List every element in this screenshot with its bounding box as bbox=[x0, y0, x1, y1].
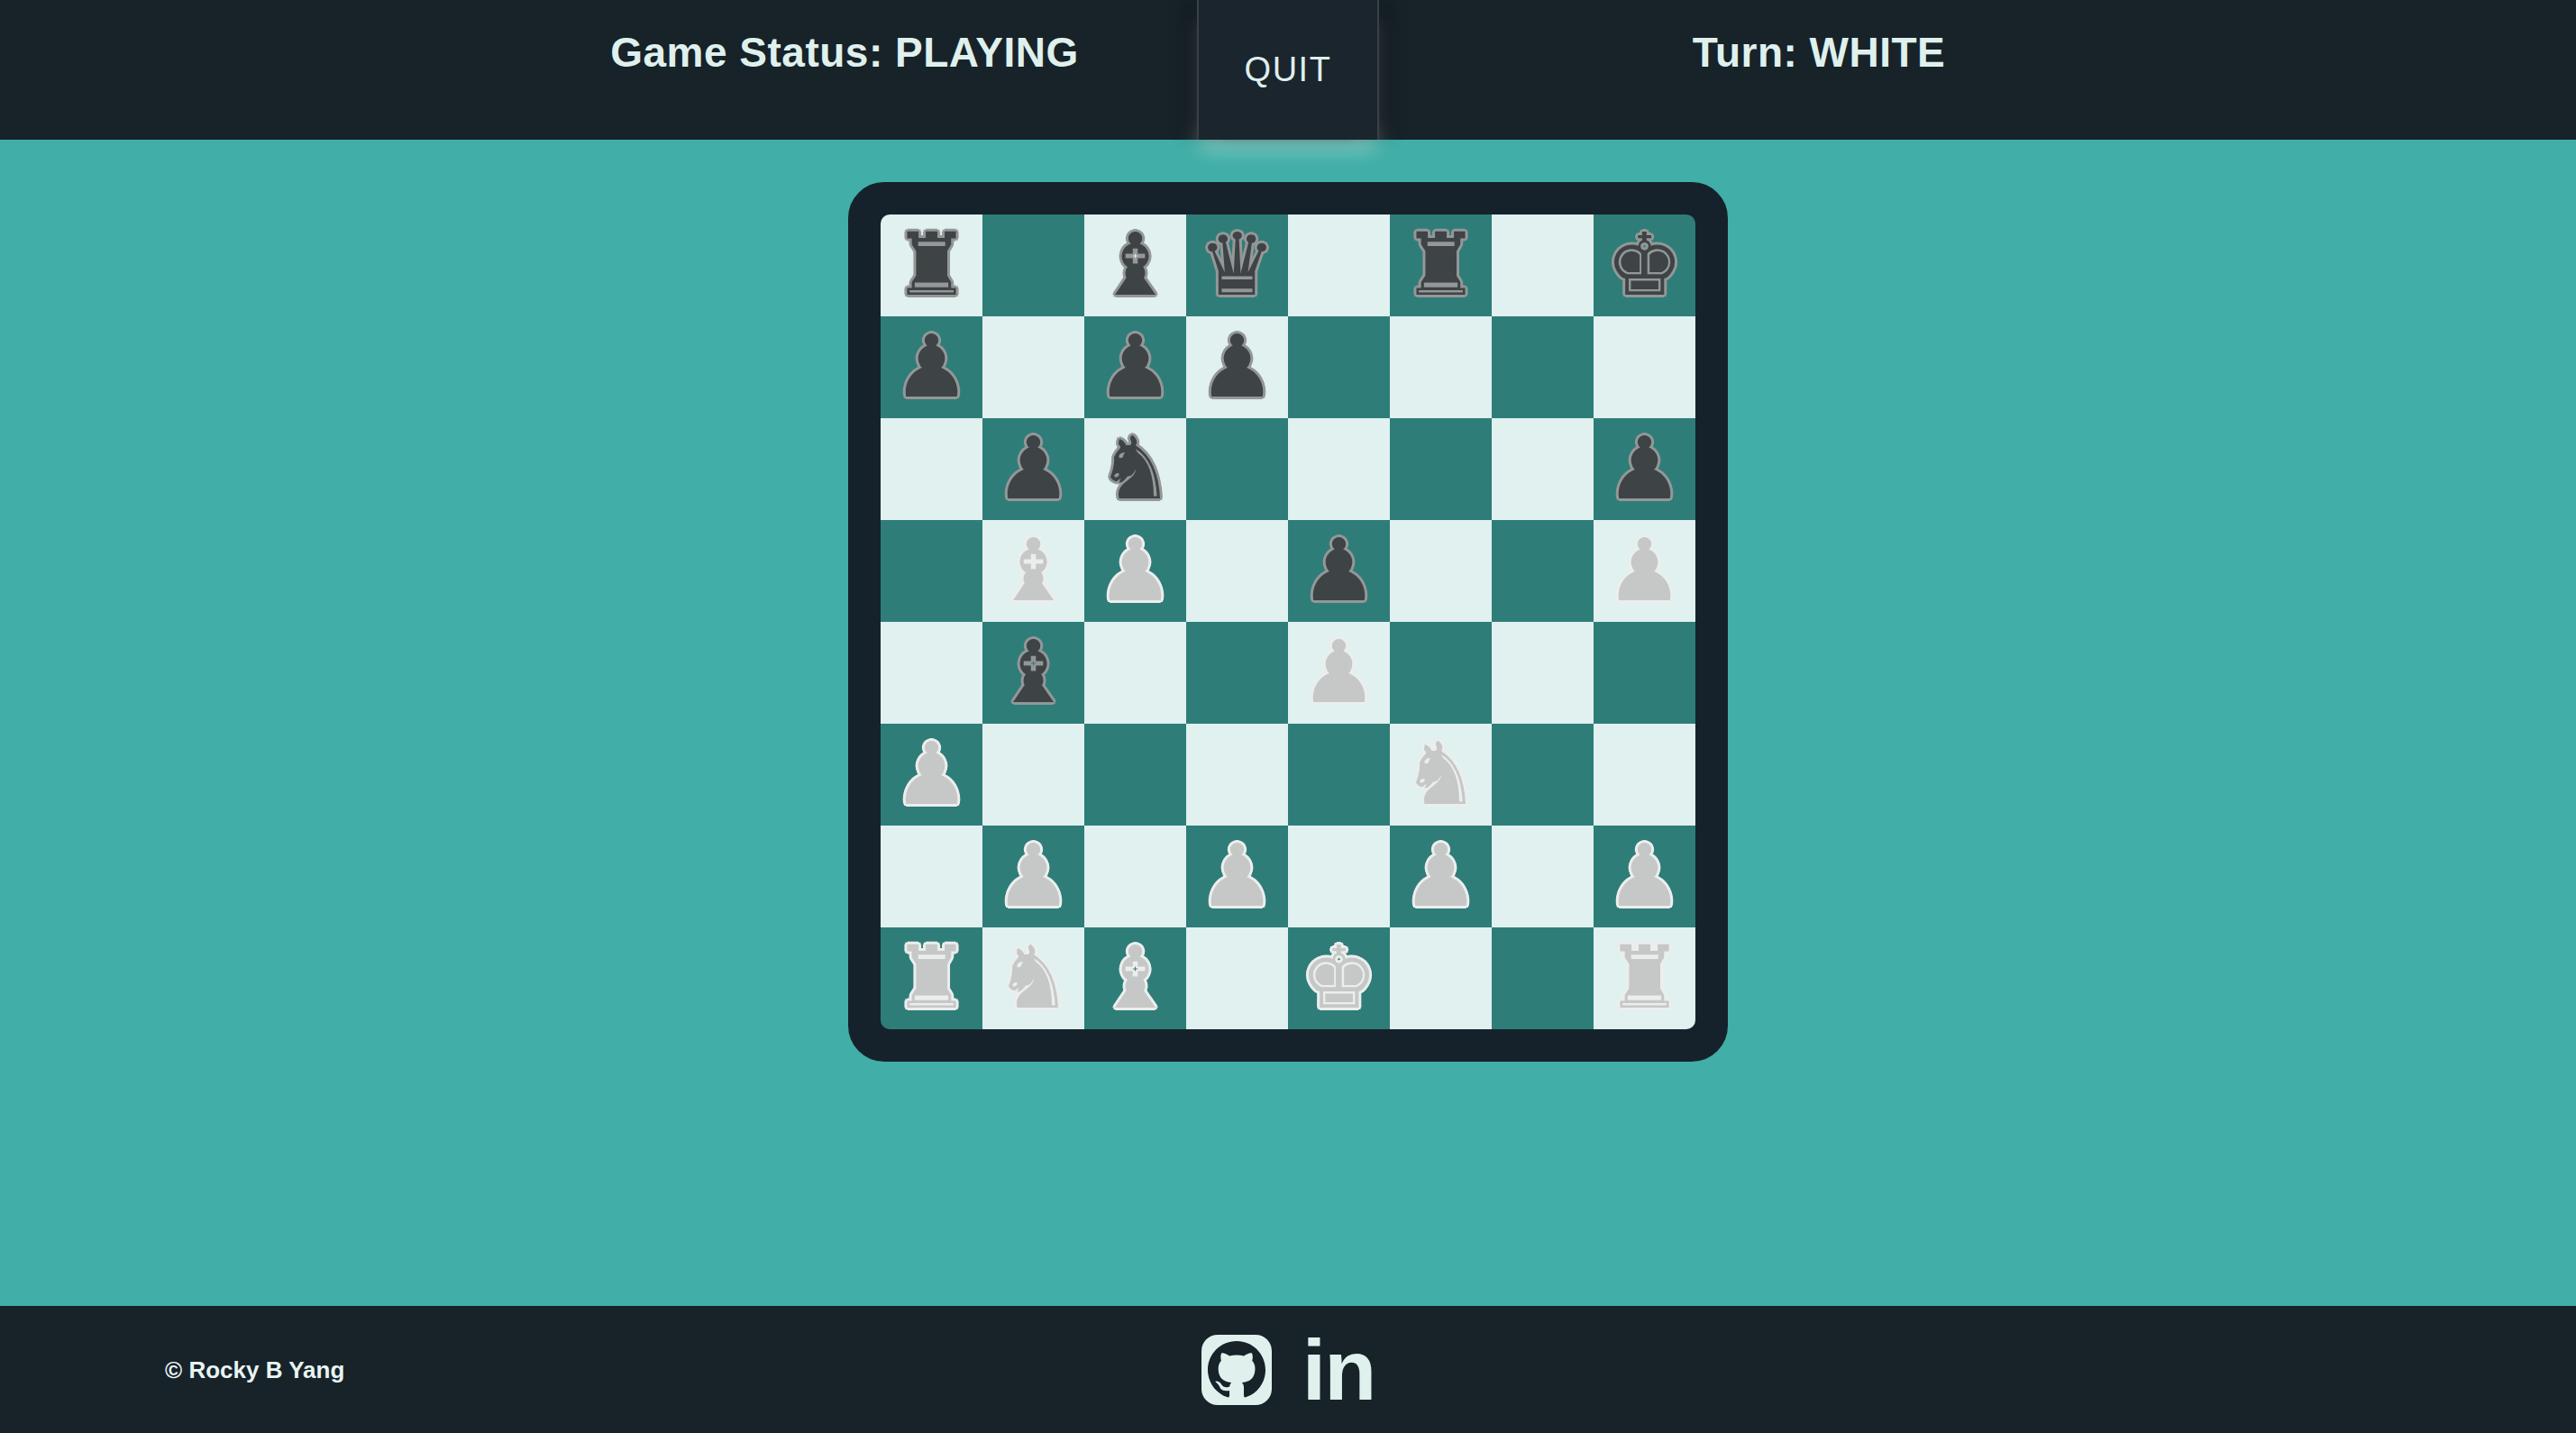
piece-wp: ♟ bbox=[1096, 520, 1174, 622]
square-f8[interactable]: ♜ bbox=[1390, 214, 1492, 316]
piece-wp: ♟ bbox=[1605, 826, 1683, 927]
piece-bp: ♟ bbox=[994, 418, 1072, 520]
square-a4[interactable] bbox=[881, 622, 982, 724]
square-a1[interactable]: ♜ bbox=[881, 927, 982, 1029]
square-d2[interactable]: ♟ bbox=[1186, 826, 1288, 927]
square-h2[interactable]: ♟ bbox=[1594, 826, 1695, 927]
status-bar: Game Status: PLAYING QUIT Turn: WHITE bbox=[0, 0, 2576, 140]
piece-bp: ♟ bbox=[1605, 418, 1683, 520]
square-g6[interactable] bbox=[1492, 418, 1594, 520]
square-b5[interactable]: ♝ bbox=[982, 520, 1084, 622]
square-a3[interactable]: ♟ bbox=[881, 724, 982, 826]
square-a5[interactable] bbox=[881, 520, 982, 622]
square-f6[interactable] bbox=[1390, 418, 1492, 520]
piece-bk: ♚ bbox=[1605, 214, 1683, 316]
square-c6[interactable]: ♞ bbox=[1084, 418, 1186, 520]
piece-bb: ♝ bbox=[994, 622, 1072, 724]
square-f5[interactable] bbox=[1390, 520, 1492, 622]
github-icon[interactable] bbox=[1201, 1335, 1272, 1405]
piece-wk: ♚ bbox=[1300, 927, 1377, 1029]
square-c3[interactable] bbox=[1084, 724, 1186, 826]
piece-wr: ♜ bbox=[892, 927, 970, 1029]
square-e8[interactable] bbox=[1288, 214, 1390, 316]
square-h3[interactable] bbox=[1594, 724, 1695, 826]
game-status-text: Game Status: PLAYING bbox=[610, 28, 1079, 77]
turn-indicator-text: Turn: WHITE bbox=[1693, 28, 1946, 77]
square-g7[interactable] bbox=[1492, 316, 1594, 418]
piece-bb: ♝ bbox=[1096, 214, 1174, 316]
square-f4[interactable] bbox=[1390, 622, 1492, 724]
square-e6[interactable] bbox=[1288, 418, 1390, 520]
piece-wp: ♟ bbox=[1402, 826, 1479, 927]
chess-board[interactable]: ♜♝♛♜♚♟♟♟♟♞♟♝♟♟♟♝♟♟♞♟♟♟♟♜♞♝♚♜ bbox=[881, 214, 1695, 1029]
square-d1[interactable] bbox=[1186, 927, 1288, 1029]
square-f2[interactable]: ♟ bbox=[1390, 826, 1492, 927]
square-b2[interactable]: ♟ bbox=[982, 826, 1084, 927]
square-b4[interactable]: ♝ bbox=[982, 622, 1084, 724]
social-links: in bbox=[1201, 1335, 1375, 1405]
chess-board-frame: ♜♝♛♜♚♟♟♟♟♞♟♝♟♟♟♝♟♟♞♟♟♟♟♜♞♝♚♜ bbox=[848, 182, 1728, 1062]
square-a6[interactable] bbox=[881, 418, 982, 520]
square-e5[interactable]: ♟ bbox=[1288, 520, 1390, 622]
square-c7[interactable]: ♟ bbox=[1084, 316, 1186, 418]
square-d8[interactable]: ♛ bbox=[1186, 214, 1288, 316]
square-a7[interactable]: ♟ bbox=[881, 316, 982, 418]
square-d6[interactable] bbox=[1186, 418, 1288, 520]
square-a8[interactable]: ♜ bbox=[881, 214, 982, 316]
piece-br: ♜ bbox=[1402, 214, 1479, 316]
square-g1[interactable] bbox=[1492, 927, 1594, 1029]
square-e3[interactable] bbox=[1288, 724, 1390, 826]
square-h4[interactable] bbox=[1594, 622, 1695, 724]
copyright-text: © Rocky B Yang bbox=[165, 1355, 344, 1383]
piece-wp: ♟ bbox=[1198, 826, 1275, 927]
square-g2[interactable] bbox=[1492, 826, 1594, 927]
piece-wr: ♜ bbox=[1605, 927, 1683, 1029]
square-a2[interactable] bbox=[881, 826, 982, 927]
piece-bq: ♛ bbox=[1198, 214, 1275, 316]
square-e4[interactable]: ♟ bbox=[1288, 622, 1390, 724]
square-b1[interactable]: ♞ bbox=[982, 927, 1084, 1029]
square-b6[interactable]: ♟ bbox=[982, 418, 1084, 520]
square-c2[interactable] bbox=[1084, 826, 1186, 927]
board-area: ♜♝♛♜♚♟♟♟♟♞♟♝♟♟♟♝♟♟♞♟♟♟♟♜♞♝♚♜ bbox=[0, 140, 2576, 1306]
piece-wb: ♝ bbox=[994, 520, 1072, 622]
piece-wb: ♝ bbox=[1096, 927, 1174, 1029]
square-d5[interactable] bbox=[1186, 520, 1288, 622]
square-b3[interactable] bbox=[982, 724, 1084, 826]
square-b7[interactable] bbox=[982, 316, 1084, 418]
square-c5[interactable]: ♟ bbox=[1084, 520, 1186, 622]
piece-wp: ♟ bbox=[892, 724, 970, 826]
piece-wn: ♞ bbox=[1402, 724, 1479, 826]
square-f7[interactable] bbox=[1390, 316, 1492, 418]
square-g8[interactable] bbox=[1492, 214, 1594, 316]
square-d3[interactable] bbox=[1186, 724, 1288, 826]
square-g4[interactable] bbox=[1492, 622, 1594, 724]
square-d4[interactable] bbox=[1186, 622, 1288, 724]
square-g3[interactable] bbox=[1492, 724, 1594, 826]
piece-bp: ♟ bbox=[1198, 316, 1275, 418]
piece-wp: ♟ bbox=[1300, 622, 1377, 724]
square-f3[interactable]: ♞ bbox=[1390, 724, 1492, 826]
square-h1[interactable]: ♜ bbox=[1594, 927, 1695, 1029]
piece-wp: ♟ bbox=[994, 826, 1072, 927]
square-e2[interactable] bbox=[1288, 826, 1390, 927]
square-h6[interactable]: ♟ bbox=[1594, 418, 1695, 520]
square-f1[interactable] bbox=[1390, 927, 1492, 1029]
square-c1[interactable]: ♝ bbox=[1084, 927, 1186, 1029]
piece-br: ♜ bbox=[892, 214, 970, 316]
square-b8[interactable] bbox=[982, 214, 1084, 316]
square-c8[interactable]: ♝ bbox=[1084, 214, 1186, 316]
piece-bp: ♟ bbox=[1096, 316, 1174, 418]
square-d7[interactable]: ♟ bbox=[1186, 316, 1288, 418]
piece-bp: ♟ bbox=[892, 316, 970, 418]
footer: © Rocky B Yang in bbox=[0, 1306, 2576, 1433]
piece-bp: ♟ bbox=[1300, 520, 1377, 622]
piece-bn: ♞ bbox=[1096, 418, 1174, 520]
square-h5[interactable]: ♟ bbox=[1594, 520, 1695, 622]
square-h8[interactable]: ♚ bbox=[1594, 214, 1695, 316]
square-e7[interactable] bbox=[1288, 316, 1390, 418]
square-g5[interactable] bbox=[1492, 520, 1594, 622]
square-h7[interactable] bbox=[1594, 316, 1695, 418]
square-e1[interactable]: ♚ bbox=[1288, 927, 1390, 1029]
piece-wn: ♞ bbox=[994, 927, 1072, 1029]
quit-button[interactable]: QUIT bbox=[1197, 0, 1379, 140]
square-c4[interactable] bbox=[1084, 622, 1186, 724]
piece-wp: ♟ bbox=[1605, 520, 1683, 622]
linkedin-icon[interactable]: in bbox=[1302, 1335, 1375, 1405]
